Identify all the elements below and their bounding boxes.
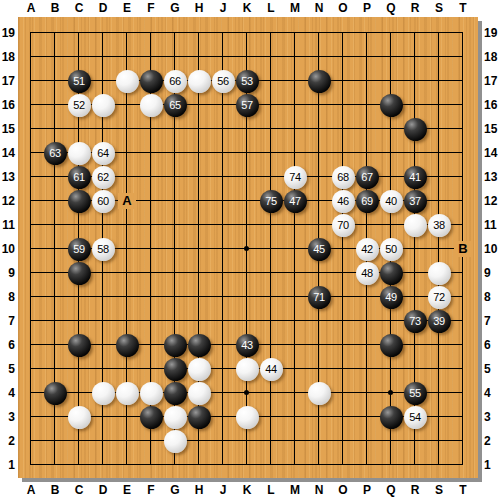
board-point-R4[interactable]: 55 [403, 381, 427, 405]
black-stone-C6[interactable] [68, 334, 91, 357]
board-point-G1[interactable] [163, 453, 187, 477]
board-point-N8[interactable]: 71 [307, 285, 331, 309]
board-point-T2[interactable] [451, 429, 475, 453]
board-point-D3[interactable] [91, 405, 115, 429]
board-point-S3[interactable] [427, 405, 451, 429]
board-point-G12[interactable] [163, 189, 187, 213]
black-stone-C13[interactable]: 61 [68, 166, 91, 189]
board-point-B13[interactable] [43, 165, 67, 189]
board-point-E19[interactable] [115, 21, 139, 45]
board-point-O11[interactable]: 70 [331, 213, 355, 237]
board-point-F10[interactable] [139, 237, 163, 261]
board-point-M9[interactable] [283, 261, 307, 285]
white-stone-D16[interactable] [92, 94, 115, 117]
board-point-G19[interactable] [163, 21, 187, 45]
board-point-K1[interactable] [235, 453, 259, 477]
board-point-G17[interactable]: 66 [163, 69, 187, 93]
board-point-O10[interactable] [331, 237, 355, 261]
board-point-C14[interactable] [67, 141, 91, 165]
board-point-P3[interactable] [355, 405, 379, 429]
white-stone-S9[interactable] [428, 262, 451, 285]
board-point-N11[interactable] [307, 213, 331, 237]
board-point-K17[interactable]: 53 [235, 69, 259, 93]
board-point-M16[interactable] [283, 93, 307, 117]
board-point-K10[interactable] [235, 237, 259, 261]
board-point-B9[interactable] [43, 261, 67, 285]
board-point-S7[interactable]: 39 [427, 309, 451, 333]
board-point-B7[interactable] [43, 309, 67, 333]
board-point-S11[interactable]: 38 [427, 213, 451, 237]
board-point-J4[interactable] [211, 381, 235, 405]
board-point-N3[interactable] [307, 405, 331, 429]
board-point-Q9[interactable] [379, 261, 403, 285]
board-point-L14[interactable] [259, 141, 283, 165]
board-point-B4[interactable] [43, 381, 67, 405]
board-point-M8[interactable] [283, 285, 307, 309]
board-point-K19[interactable] [235, 21, 259, 45]
board-point-E9[interactable] [115, 261, 139, 285]
board-point-S19[interactable] [427, 21, 451, 45]
white-stone-G2[interactable] [164, 430, 187, 453]
black-stone-M12[interactable]: 47 [284, 190, 307, 213]
board-point-L5[interactable]: 44 [259, 357, 283, 381]
board-point-Q13[interactable] [379, 165, 403, 189]
board-point-N2[interactable] [307, 429, 331, 453]
board-point-E1[interactable] [115, 453, 139, 477]
board-point-A9[interactable] [19, 261, 43, 285]
board-point-G16[interactable]: 65 [163, 93, 187, 117]
black-stone-R13[interactable]: 41 [404, 166, 427, 189]
board-point-T16[interactable] [451, 93, 475, 117]
board-point-J12[interactable] [211, 189, 235, 213]
board-point-P15[interactable] [355, 117, 379, 141]
board-point-C12[interactable] [67, 189, 91, 213]
board-point-L11[interactable] [259, 213, 283, 237]
board-point-L16[interactable] [259, 93, 283, 117]
board-point-P14[interactable] [355, 141, 379, 165]
board-point-Q16[interactable] [379, 93, 403, 117]
board-point-R19[interactable] [403, 21, 427, 45]
board-point-G2[interactable] [163, 429, 187, 453]
board-point-H11[interactable] [187, 213, 211, 237]
board-point-N4[interactable] [307, 381, 331, 405]
board-point-T14[interactable] [451, 141, 475, 165]
board-point-E18[interactable] [115, 45, 139, 69]
board-point-P8[interactable] [355, 285, 379, 309]
board-point-O12[interactable]: 46 [331, 189, 355, 213]
board-point-T11[interactable] [451, 213, 475, 237]
board-point-J11[interactable] [211, 213, 235, 237]
board-point-B10[interactable] [43, 237, 67, 261]
white-stone-H17[interactable] [188, 70, 211, 93]
board-point-G9[interactable] [163, 261, 187, 285]
board-point-H1[interactable] [187, 453, 211, 477]
white-stone-O12[interactable]: 46 [332, 190, 355, 213]
board-point-R9[interactable] [403, 261, 427, 285]
board-point-O1[interactable] [331, 453, 355, 477]
board-point-P6[interactable] [355, 333, 379, 357]
board-point-M14[interactable] [283, 141, 307, 165]
board-point-P7[interactable] [355, 309, 379, 333]
board-point-H7[interactable] [187, 309, 211, 333]
board-point-R2[interactable] [403, 429, 427, 453]
board-point-K3[interactable] [235, 405, 259, 429]
board-point-T5[interactable] [451, 357, 475, 381]
board-point-S10[interactable] [427, 237, 451, 261]
board-point-J14[interactable] [211, 141, 235, 165]
board-point-D18[interactable] [91, 45, 115, 69]
board-point-L18[interactable] [259, 45, 283, 69]
board-point-A4[interactable] [19, 381, 43, 405]
board-point-F1[interactable] [139, 453, 163, 477]
board-point-R15[interactable] [403, 117, 427, 141]
board-point-O5[interactable] [331, 357, 355, 381]
board-point-O2[interactable] [331, 429, 355, 453]
board-point-F14[interactable] [139, 141, 163, 165]
board-point-T13[interactable] [451, 165, 475, 189]
board-point-C13[interactable]: 61 [67, 165, 91, 189]
board-point-F19[interactable] [139, 21, 163, 45]
board-point-B1[interactable] [43, 453, 67, 477]
board-point-E15[interactable] [115, 117, 139, 141]
board-point-H3[interactable] [187, 405, 211, 429]
board-point-C11[interactable] [67, 213, 91, 237]
board-point-N12[interactable] [307, 189, 331, 213]
board-point-J8[interactable] [211, 285, 235, 309]
board-point-T9[interactable] [451, 261, 475, 285]
board-point-G6[interactable] [163, 333, 187, 357]
board-point-O7[interactable] [331, 309, 355, 333]
board-point-P9[interactable]: 48 [355, 261, 379, 285]
black-stone-Q3[interactable] [380, 406, 403, 429]
black-stone-K6[interactable]: 43 [236, 334, 259, 357]
board-point-B8[interactable] [43, 285, 67, 309]
board-point-C2[interactable] [67, 429, 91, 453]
board-point-J15[interactable] [211, 117, 235, 141]
board-point-N18[interactable] [307, 45, 331, 69]
board-point-H12[interactable] [187, 189, 211, 213]
board-point-B16[interactable] [43, 93, 67, 117]
board-point-R18[interactable] [403, 45, 427, 69]
board-point-C5[interactable] [67, 357, 91, 381]
board-point-M15[interactable] [283, 117, 307, 141]
board-point-N5[interactable] [307, 357, 331, 381]
board-point-D5[interactable] [91, 357, 115, 381]
black-stone-N8[interactable]: 71 [308, 286, 331, 309]
board-point-F18[interactable] [139, 45, 163, 69]
board-point-S14[interactable] [427, 141, 451, 165]
board-point-F13[interactable] [139, 165, 163, 189]
board-point-H19[interactable] [187, 21, 211, 45]
board-point-L17[interactable] [259, 69, 283, 93]
board-point-E5[interactable] [115, 357, 139, 381]
board-point-G14[interactable] [163, 141, 187, 165]
white-stone-L5[interactable]: 44 [260, 358, 283, 381]
board-point-N9[interactable] [307, 261, 331, 285]
white-stone-E4[interactable] [116, 382, 139, 405]
white-stone-D13[interactable]: 62 [92, 166, 115, 189]
board-point-K4[interactable] [235, 381, 259, 405]
board-point-F8[interactable] [139, 285, 163, 309]
board-point-A12[interactable] [19, 189, 43, 213]
board-point-Q14[interactable] [379, 141, 403, 165]
board-point-Q17[interactable] [379, 69, 403, 93]
black-stone-F17[interactable] [140, 70, 163, 93]
board-point-D16[interactable] [91, 93, 115, 117]
board-point-L2[interactable] [259, 429, 283, 453]
board-point-P12[interactable]: 69 [355, 189, 379, 213]
board-point-M11[interactable] [283, 213, 307, 237]
board-point-S16[interactable] [427, 93, 451, 117]
board-point-H13[interactable] [187, 165, 211, 189]
board-point-O8[interactable] [331, 285, 355, 309]
board-point-O4[interactable] [331, 381, 355, 405]
board-point-J19[interactable] [211, 21, 235, 45]
board-point-A3[interactable] [19, 405, 43, 429]
white-stone-F4[interactable] [140, 382, 163, 405]
board-point-P11[interactable] [355, 213, 379, 237]
white-stone-Q10[interactable]: 50 [380, 238, 403, 261]
board-point-J16[interactable] [211, 93, 235, 117]
board-point-B3[interactable] [43, 405, 67, 429]
board-point-Q10[interactable]: 50 [379, 237, 403, 261]
board-point-M19[interactable] [283, 21, 307, 45]
board-point-C8[interactable] [67, 285, 91, 309]
board-point-B5[interactable] [43, 357, 67, 381]
board-point-L6[interactable] [259, 333, 283, 357]
board-point-A7[interactable] [19, 309, 43, 333]
board-point-C6[interactable] [67, 333, 91, 357]
board-point-H8[interactable] [187, 285, 211, 309]
board-point-C18[interactable] [67, 45, 91, 69]
white-stone-J17[interactable]: 56 [212, 70, 235, 93]
board-point-E16[interactable] [115, 93, 139, 117]
board-point-L8[interactable] [259, 285, 283, 309]
board-point-A5[interactable] [19, 357, 43, 381]
board-point-R14[interactable] [403, 141, 427, 165]
board-point-K5[interactable] [235, 357, 259, 381]
black-stone-L12[interactable]: 75 [260, 190, 283, 213]
white-stone-G17[interactable]: 66 [164, 70, 187, 93]
board-point-R1[interactable] [403, 453, 427, 477]
board-point-L1[interactable] [259, 453, 283, 477]
board-point-T6[interactable] [451, 333, 475, 357]
board-point-D13[interactable]: 62 [91, 165, 115, 189]
board-point-P1[interactable] [355, 453, 379, 477]
board-point-F4[interactable] [139, 381, 163, 405]
board-point-D15[interactable] [91, 117, 115, 141]
board-point-L7[interactable] [259, 309, 283, 333]
black-stone-E6[interactable] [116, 334, 139, 357]
board-point-O16[interactable] [331, 93, 355, 117]
board-point-A18[interactable] [19, 45, 43, 69]
board-point-R3[interactable]: 54 [403, 405, 427, 429]
board-point-F9[interactable] [139, 261, 163, 285]
board-point-H18[interactable] [187, 45, 211, 69]
board-point-S6[interactable] [427, 333, 451, 357]
board-point-D7[interactable] [91, 309, 115, 333]
board-point-A19[interactable] [19, 21, 43, 45]
black-stone-N10[interactable]: 45 [308, 238, 331, 261]
board-point-C3[interactable] [67, 405, 91, 429]
board-point-R7[interactable]: 73 [403, 309, 427, 333]
board-point-P10[interactable]: 42 [355, 237, 379, 261]
board-point-Q8[interactable]: 49 [379, 285, 403, 309]
board-point-P19[interactable] [355, 21, 379, 45]
board-point-L10[interactable] [259, 237, 283, 261]
board-point-B15[interactable] [43, 117, 67, 141]
board-point-T15[interactable] [451, 117, 475, 141]
board-point-T3[interactable] [451, 405, 475, 429]
white-stone-D14[interactable]: 64 [92, 142, 115, 165]
board-point-H10[interactable] [187, 237, 211, 261]
board-point-R6[interactable] [403, 333, 427, 357]
board-point-Q15[interactable] [379, 117, 403, 141]
board-point-S2[interactable] [427, 429, 451, 453]
board-point-G7[interactable] [163, 309, 187, 333]
black-stone-C17[interactable]: 51 [68, 70, 91, 93]
board-point-O9[interactable] [331, 261, 355, 285]
board-point-F11[interactable] [139, 213, 163, 237]
board-point-J9[interactable] [211, 261, 235, 285]
black-stone-G4[interactable] [164, 382, 187, 405]
board-point-A11[interactable] [19, 213, 43, 237]
board-point-S15[interactable] [427, 117, 451, 141]
board-point-J18[interactable] [211, 45, 235, 69]
black-stone-R12[interactable]: 37 [404, 190, 427, 213]
board-point-J13[interactable] [211, 165, 235, 189]
board-point-Q7[interactable] [379, 309, 403, 333]
board-point-M2[interactable] [283, 429, 307, 453]
board-point-T12[interactable] [451, 189, 475, 213]
black-stone-R7[interactable]: 73 [404, 310, 427, 333]
white-stone-C14[interactable] [68, 142, 91, 165]
board-point-N13[interactable] [307, 165, 331, 189]
black-stone-G16[interactable]: 65 [164, 94, 187, 117]
black-stone-B4[interactable] [44, 382, 67, 405]
board-point-E2[interactable] [115, 429, 139, 453]
board-point-P2[interactable] [355, 429, 379, 453]
board-point-J3[interactable] [211, 405, 235, 429]
board-point-C7[interactable] [67, 309, 91, 333]
board-point-C17[interactable]: 51 [67, 69, 91, 93]
board-point-N6[interactable] [307, 333, 331, 357]
board-point-D1[interactable] [91, 453, 115, 477]
board-point-H14[interactable] [187, 141, 211, 165]
board-point-A6[interactable] [19, 333, 43, 357]
board-point-Q18[interactable] [379, 45, 403, 69]
board-point-N10[interactable]: 45 [307, 237, 331, 261]
board-point-M3[interactable] [283, 405, 307, 429]
board-point-G13[interactable] [163, 165, 187, 189]
board-point-P17[interactable] [355, 69, 379, 93]
board-point-A13[interactable] [19, 165, 43, 189]
board-point-T17[interactable] [451, 69, 475, 93]
board-point-G15[interactable] [163, 117, 187, 141]
black-stone-G6[interactable] [164, 334, 187, 357]
board-point-N16[interactable] [307, 93, 331, 117]
board-point-E8[interactable] [115, 285, 139, 309]
board-point-A15[interactable] [19, 117, 43, 141]
white-stone-H4[interactable] [188, 382, 211, 405]
board-point-E4[interactable] [115, 381, 139, 405]
board-point-A1[interactable] [19, 453, 43, 477]
board-point-J10[interactable] [211, 237, 235, 261]
board-point-F7[interactable] [139, 309, 163, 333]
black-stone-C10[interactable]: 59 [68, 238, 91, 261]
board-point-O6[interactable] [331, 333, 355, 357]
board-point-E14[interactable] [115, 141, 139, 165]
black-stone-Q6[interactable] [380, 334, 403, 357]
black-stone-C9[interactable] [68, 262, 91, 285]
board-point-R12[interactable]: 37 [403, 189, 427, 213]
board-point-B19[interactable] [43, 21, 67, 45]
board-point-D2[interactable] [91, 429, 115, 453]
board-point-E12[interactable]: A [115, 189, 139, 213]
board-point-M4[interactable] [283, 381, 307, 405]
board-point-B18[interactable] [43, 45, 67, 69]
board-point-R13[interactable]: 41 [403, 165, 427, 189]
board-point-S4[interactable] [427, 381, 451, 405]
board-point-R10[interactable] [403, 237, 427, 261]
board-point-T19[interactable] [451, 21, 475, 45]
board-point-N17[interactable] [307, 69, 331, 93]
board-point-O14[interactable] [331, 141, 355, 165]
board-point-D17[interactable] [91, 69, 115, 93]
board-point-F16[interactable] [139, 93, 163, 117]
board-point-K11[interactable] [235, 213, 259, 237]
board-point-L4[interactable] [259, 381, 283, 405]
board-point-N14[interactable] [307, 141, 331, 165]
board-point-R5[interactable] [403, 357, 427, 381]
board-point-M6[interactable] [283, 333, 307, 357]
board-point-N7[interactable] [307, 309, 331, 333]
board-point-A16[interactable] [19, 93, 43, 117]
board-point-S9[interactable] [427, 261, 451, 285]
white-stone-M13[interactable]: 74 [284, 166, 307, 189]
white-stone-F16[interactable] [140, 94, 163, 117]
board-point-F12[interactable] [139, 189, 163, 213]
board-point-D14[interactable]: 64 [91, 141, 115, 165]
board-point-E10[interactable] [115, 237, 139, 261]
board-point-S17[interactable] [427, 69, 451, 93]
board-point-H4[interactable] [187, 381, 211, 405]
board-point-H17[interactable] [187, 69, 211, 93]
board-point-B11[interactable] [43, 213, 67, 237]
white-stone-Q12[interactable]: 40 [380, 190, 403, 213]
board-point-T7[interactable] [451, 309, 475, 333]
board-point-P4[interactable] [355, 381, 379, 405]
board-point-K8[interactable] [235, 285, 259, 309]
board-point-O13[interactable]: 68 [331, 165, 355, 189]
board-point-L3[interactable] [259, 405, 283, 429]
board-point-B14[interactable]: 63 [43, 141, 67, 165]
board-point-E7[interactable] [115, 309, 139, 333]
board-point-G8[interactable] [163, 285, 187, 309]
board-point-R17[interactable] [403, 69, 427, 93]
board-point-J2[interactable] [211, 429, 235, 453]
black-stone-R15[interactable] [404, 118, 427, 141]
board-point-P13[interactable]: 67 [355, 165, 379, 189]
board-point-K2[interactable] [235, 429, 259, 453]
board-point-K16[interactable]: 57 [235, 93, 259, 117]
board-point-N19[interactable] [307, 21, 331, 45]
black-stone-P12[interactable]: 69 [356, 190, 379, 213]
white-stone-E17[interactable] [116, 70, 139, 93]
board-point-K14[interactable] [235, 141, 259, 165]
board-point-K9[interactable] [235, 261, 259, 285]
black-stone-H6[interactable] [188, 334, 211, 357]
